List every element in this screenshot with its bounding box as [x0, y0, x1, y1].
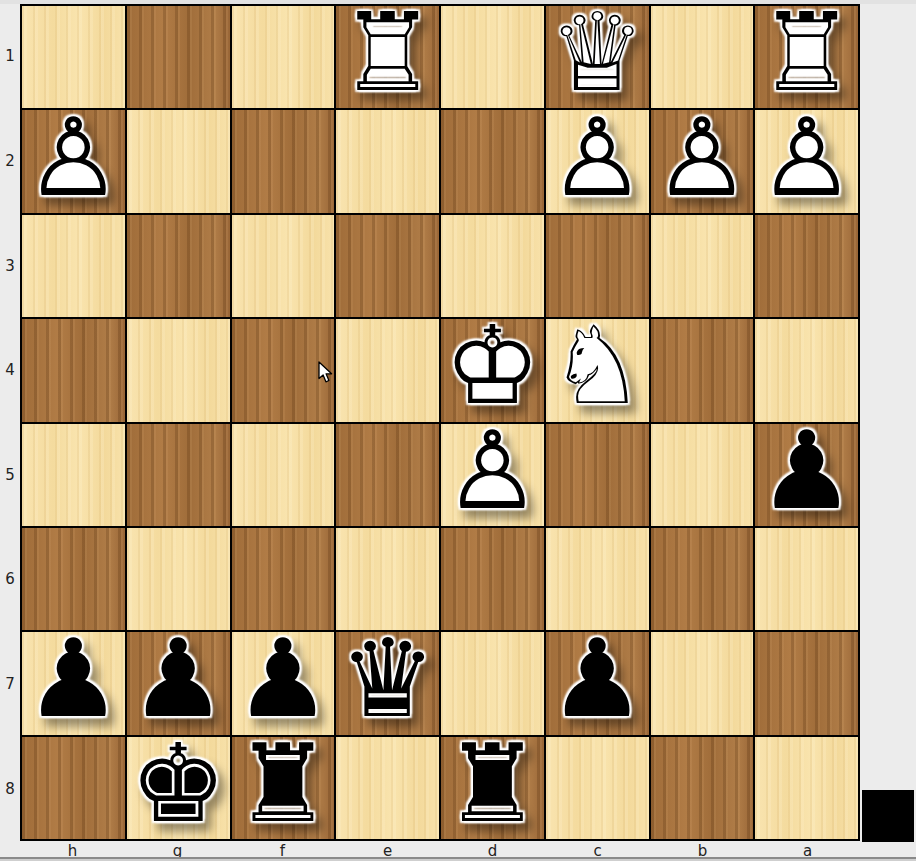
- black-pawn[interactable]: ♟: [232, 632, 335, 734]
- square-e8[interactable]: [336, 737, 439, 839]
- square-d2[interactable]: [441, 110, 544, 212]
- white-pawn-glyph: ♟: [25, 103, 122, 211]
- square-d4[interactable]: ♚♔: [441, 319, 544, 421]
- white-king[interactable]: ♚♔: [441, 319, 544, 421]
- chess-board: ♜♖♛♕♜♖♟♙♟♙♟♙♟♙♚♔♞♘♟♙♟♟♟♟♛♟♚♜♜: [20, 4, 860, 841]
- white-pawn[interactable]: ♟♙: [651, 110, 754, 212]
- white-king-glyph: ♚: [444, 312, 541, 420]
- square-f6[interactable]: [232, 528, 335, 630]
- square-g6[interactable]: [127, 528, 230, 630]
- square-b4[interactable]: [651, 319, 754, 421]
- square-c4[interactable]: ♞♘: [546, 319, 649, 421]
- square-e7[interactable]: ♛: [336, 632, 439, 734]
- square-h5[interactable]: [22, 424, 125, 526]
- white-rook[interactable]: ♜♖: [336, 6, 439, 108]
- black-pawn[interactable]: ♟: [127, 632, 230, 734]
- rank-label-4: 4: [0, 318, 20, 423]
- white-queen-outline: ♕: [549, 0, 646, 107]
- square-c8[interactable]: [546, 737, 649, 839]
- square-b7[interactable]: [651, 632, 754, 734]
- square-d6[interactable]: [441, 528, 544, 630]
- file-label-e: e: [335, 842, 440, 857]
- square-d3[interactable]: [441, 215, 544, 317]
- square-c7[interactable]: ♟: [546, 632, 649, 734]
- black-pawn-glyph: ♟: [25, 625, 122, 733]
- square-c2[interactable]: ♟♙: [546, 110, 649, 212]
- square-a3[interactable]: [755, 215, 858, 317]
- square-d8[interactable]: ♜: [441, 737, 544, 839]
- rank-label-7: 7: [0, 632, 20, 737]
- square-c1[interactable]: ♛♕: [546, 6, 649, 108]
- white-rook[interactable]: ♜♖: [755, 6, 858, 108]
- square-e4[interactable]: [336, 319, 439, 421]
- square-g8[interactable]: ♚: [127, 737, 230, 839]
- square-f7[interactable]: ♟: [232, 632, 335, 734]
- square-a8[interactable]: [755, 737, 858, 839]
- black-king-glyph: ♚: [130, 729, 227, 837]
- black-pawn[interactable]: ♟: [546, 632, 649, 734]
- rank-label-1: 1: [0, 4, 20, 109]
- white-pawn-outline: ♙: [653, 103, 750, 211]
- white-queen[interactable]: ♛♕: [546, 6, 649, 108]
- square-h3[interactable]: [22, 215, 125, 317]
- square-g7[interactable]: ♟: [127, 632, 230, 734]
- rank-label-6: 6: [0, 527, 20, 632]
- white-rook-glyph: ♜: [758, 0, 855, 107]
- square-a1[interactable]: ♜♖: [755, 6, 858, 108]
- white-knight[interactable]: ♞♘: [546, 319, 649, 421]
- black-pawn-glyph: ♟: [234, 625, 331, 733]
- white-pawn-outline: ♙: [444, 416, 541, 524]
- file-label-c: c: [545, 842, 650, 857]
- white-pawn-glyph: ♟: [653, 103, 750, 211]
- square-b2[interactable]: ♟♙: [651, 110, 754, 212]
- black-king[interactable]: ♚: [127, 737, 230, 839]
- black-pawn-glyph: ♟: [130, 625, 227, 733]
- white-rook-outline: ♖: [339, 0, 436, 107]
- black-pawn-glyph: ♟: [549, 625, 646, 733]
- rank-label-5: 5: [0, 423, 20, 528]
- square-e3[interactable]: [336, 215, 439, 317]
- file-label-a: a: [755, 842, 860, 857]
- square-f5[interactable]: [232, 424, 335, 526]
- white-knight-outline: ♘: [549, 312, 646, 420]
- square-a6[interactable]: [755, 528, 858, 630]
- square-c5[interactable]: [546, 424, 649, 526]
- square-g5[interactable]: [127, 424, 230, 526]
- square-h2[interactable]: ♟♙: [22, 110, 125, 212]
- square-d7[interactable]: [441, 632, 544, 734]
- white-pawn[interactable]: ♟♙: [755, 110, 858, 212]
- square-b5[interactable]: [651, 424, 754, 526]
- square-h8[interactable]: [22, 737, 125, 839]
- square-h7[interactable]: ♟: [22, 632, 125, 734]
- white-king-outline: ♔: [444, 312, 541, 420]
- white-pawn-glyph: ♟: [549, 103, 646, 211]
- square-f1[interactable]: [232, 6, 335, 108]
- square-e5[interactable]: [336, 424, 439, 526]
- square-a4[interactable]: [755, 319, 858, 421]
- white-rook-glyph: ♜: [339, 0, 436, 107]
- square-b6[interactable]: [651, 528, 754, 630]
- black-rook[interactable]: ♜: [232, 737, 335, 839]
- black-queen[interactable]: ♛: [336, 632, 439, 734]
- square-e6[interactable]: [336, 528, 439, 630]
- file-label-d: d: [440, 842, 545, 857]
- chess-gui-window: ♜♖♛♕♜♖♟♙♟♙♟♙♟♙♚♔♞♘♟♙♟♟♟♟♛♟♚♜♜ 12345678 h…: [0, 0, 916, 861]
- square-e2[interactable]: [336, 110, 439, 212]
- side-to-move-indicator-black: [862, 790, 914, 842]
- black-pawn-glyph: ♟: [758, 416, 855, 524]
- white-pawn-glyph: ♟: [444, 416, 541, 524]
- square-h4[interactable]: [22, 319, 125, 421]
- square-d1[interactable]: [441, 6, 544, 108]
- square-d5[interactable]: ♟♙: [441, 424, 544, 526]
- rank-label-8: 8: [0, 736, 20, 841]
- black-pawn[interactable]: ♟: [755, 424, 858, 526]
- square-g3[interactable]: [127, 215, 230, 317]
- mouse-cursor: [318, 361, 333, 384]
- white-pawn[interactable]: ♟♙: [22, 110, 125, 212]
- black-rook-glyph: ♜: [234, 729, 331, 837]
- square-g1[interactable]: [127, 6, 230, 108]
- square-c3[interactable]: [546, 215, 649, 317]
- black-rook-glyph: ♜: [444, 729, 541, 837]
- square-e1[interactable]: ♜♖: [336, 6, 439, 108]
- square-f2[interactable]: [232, 110, 335, 212]
- white-pawn[interactable]: ♟♙: [441, 424, 544, 526]
- file-label-f: f: [230, 842, 335, 857]
- square-a5[interactable]: ♟: [755, 424, 858, 526]
- black-queen-glyph: ♛: [339, 625, 436, 733]
- white-pawn-outline: ♙: [758, 103, 855, 211]
- white-pawn-outline: ♙: [25, 103, 122, 211]
- white-rook-outline: ♖: [758, 0, 855, 107]
- square-b1[interactable]: [651, 6, 754, 108]
- square-b8[interactable]: [651, 737, 754, 839]
- rank-label-2: 2: [0, 109, 20, 214]
- black-pawn[interactable]: ♟: [22, 632, 125, 734]
- square-h6[interactable]: [22, 528, 125, 630]
- square-a7[interactable]: [755, 632, 858, 734]
- white-knight-glyph: ♞: [549, 312, 646, 420]
- square-f3[interactable]: [232, 215, 335, 317]
- black-rook[interactable]: ♜: [441, 737, 544, 839]
- white-pawn[interactable]: ♟♙: [546, 110, 649, 212]
- rank-label-3: 3: [0, 213, 20, 318]
- file-label-g: g: [125, 842, 230, 857]
- file-label-b: b: [650, 842, 755, 857]
- square-a2[interactable]: ♟♙: [755, 110, 858, 212]
- white-pawn-glyph: ♟: [758, 103, 855, 211]
- white-queen-glyph: ♛: [549, 0, 646, 107]
- square-b3[interactable]: [651, 215, 754, 317]
- square-g4[interactable]: [127, 319, 230, 421]
- square-f8[interactable]: ♜: [232, 737, 335, 839]
- white-pawn-outline: ♙: [549, 103, 646, 211]
- square-c6[interactable]: [546, 528, 649, 630]
- square-g2[interactable]: [127, 110, 230, 212]
- file-label-h: h: [20, 842, 125, 857]
- square-h1[interactable]: [22, 6, 125, 108]
